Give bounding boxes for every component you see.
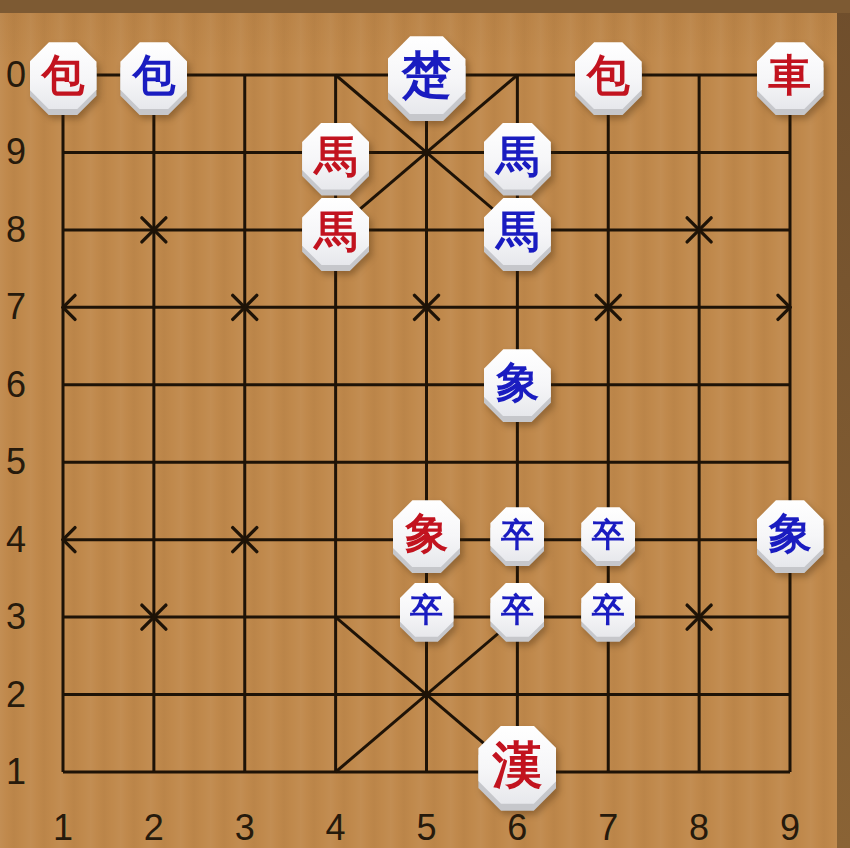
piece-glyph: 卒 bbox=[501, 518, 534, 551]
piece-cho-elephant[interactable]: 象 bbox=[484, 349, 551, 422]
board-point[interactable] bbox=[563, 423, 654, 499]
piece-han-horse[interactable]: 馬 bbox=[302, 123, 369, 196]
board-point[interactable] bbox=[290, 650, 381, 726]
piece-cho-horse[interactable]: 馬 bbox=[484, 198, 551, 271]
board-point[interactable]: 象 bbox=[381, 499, 472, 575]
piece-glyph: 馬 bbox=[496, 210, 539, 253]
piece-face: 象 bbox=[484, 349, 551, 416]
board-point[interactable] bbox=[654, 348, 745, 424]
board-point[interactable]: 馬 bbox=[472, 121, 563, 197]
piece-face: 卒 bbox=[581, 507, 635, 561]
piece-face: 包 bbox=[120, 42, 187, 109]
board-point[interactable] bbox=[563, 650, 654, 726]
board-point[interactable] bbox=[199, 36, 290, 121]
file-label-1: 1 bbox=[45, 808, 81, 848]
piece-glyph: 包 bbox=[132, 54, 175, 97]
piece-glyph: 漢 bbox=[492, 740, 542, 790]
piece-face: 楚 bbox=[388, 36, 466, 114]
piece-glyph: 象 bbox=[496, 361, 539, 404]
piece-face: 卒 bbox=[581, 583, 635, 637]
board-point[interactable] bbox=[472, 36, 563, 121]
board-point[interactable] bbox=[199, 726, 290, 811]
piece-han-elephant[interactable]: 象 bbox=[393, 500, 460, 573]
board-point[interactable] bbox=[199, 348, 290, 424]
board-point[interactable] bbox=[654, 272, 745, 348]
piece-glyph: 馬 bbox=[496, 135, 539, 178]
board-point[interactable] bbox=[745, 121, 836, 197]
board-point[interactable] bbox=[108, 650, 199, 726]
board-point[interactable] bbox=[199, 121, 290, 197]
board-point[interactable] bbox=[563, 121, 654, 197]
file-label-6: 6 bbox=[499, 808, 535, 848]
piece-han-cannon[interactable]: 包 bbox=[575, 42, 642, 115]
board-point[interactable] bbox=[381, 726, 472, 811]
board-point[interactable] bbox=[381, 423, 472, 499]
piece-face: 馬 bbox=[302, 123, 369, 190]
board-point[interactable] bbox=[654, 423, 745, 499]
piece-face: 卒 bbox=[490, 507, 544, 561]
board-point[interactable] bbox=[654, 121, 745, 197]
piece-face: 卒 bbox=[490, 583, 544, 637]
piece-glyph: 包 bbox=[42, 54, 85, 97]
piece-glyph: 象 bbox=[769, 512, 812, 555]
board-point[interactable] bbox=[745, 197, 836, 273]
janggi-app-screen: 0987654321 123456789 包包楚包車馬馬馬馬象象卒卒象卒卒卒漢 bbox=[0, 0, 850, 848]
board-point[interactable] bbox=[745, 726, 836, 811]
piece-han-horse[interactable]: 馬 bbox=[302, 198, 369, 271]
board-point[interactable] bbox=[563, 726, 654, 811]
board-point[interactable]: 卒 bbox=[472, 575, 563, 651]
board-point[interactable] bbox=[18, 423, 109, 499]
board-point[interactable] bbox=[745, 650, 836, 726]
board-point[interactable]: 包 bbox=[563, 36, 654, 121]
board-point[interactable] bbox=[381, 197, 472, 273]
board-point[interactable] bbox=[654, 499, 745, 575]
piece-han-cannon[interactable]: 包 bbox=[30, 42, 97, 115]
board-point[interactable] bbox=[290, 575, 381, 651]
board-point[interactable] bbox=[654, 197, 745, 273]
piece-han-general[interactable]: 漢 bbox=[478, 726, 556, 811]
piece-glyph: 楚 bbox=[402, 50, 452, 100]
board-point[interactable]: 馬 bbox=[472, 197, 563, 273]
piece-cho-soldier[interactable]: 卒 bbox=[581, 507, 635, 566]
file-label-2: 2 bbox=[136, 808, 172, 848]
piece-face: 漢 bbox=[478, 726, 556, 804]
board-point[interactable]: 卒 bbox=[563, 575, 654, 651]
board-point[interactable] bbox=[745, 423, 836, 499]
piece-han-chariot[interactable]: 車 bbox=[757, 42, 824, 115]
board-point[interactable] bbox=[18, 348, 109, 424]
piece-face: 包 bbox=[30, 42, 97, 109]
file-label-8: 8 bbox=[681, 808, 717, 848]
board-point[interactable] bbox=[108, 575, 199, 651]
board-point[interactable]: 漢 bbox=[472, 726, 563, 811]
board-point[interactable] bbox=[199, 499, 290, 575]
piece-cho-soldier[interactable]: 卒 bbox=[400, 583, 454, 642]
board-point[interactable]: 卒 bbox=[563, 499, 654, 575]
board-point[interactable]: 馬 bbox=[290, 121, 381, 197]
board-point[interactable] bbox=[108, 121, 199, 197]
board-point[interactable]: 馬 bbox=[290, 197, 381, 273]
file-label-3: 3 bbox=[227, 808, 263, 848]
file-label-7: 7 bbox=[590, 808, 626, 848]
board-point[interactable]: 車 bbox=[745, 36, 836, 121]
board-point[interactable] bbox=[654, 575, 745, 651]
piece-cho-general[interactable]: 楚 bbox=[388, 36, 466, 121]
piece-face: 包 bbox=[575, 42, 642, 109]
board-point[interactable] bbox=[290, 36, 381, 121]
board-point[interactable] bbox=[199, 272, 290, 348]
piece-glyph: 包 bbox=[587, 54, 630, 97]
board-point[interactable] bbox=[199, 423, 290, 499]
board-point[interactable] bbox=[108, 272, 199, 348]
board-point[interactable] bbox=[290, 499, 381, 575]
piece-face: 馬 bbox=[302, 198, 369, 265]
piece-cho-soldier[interactable]: 卒 bbox=[581, 583, 635, 642]
board-point[interactable] bbox=[290, 348, 381, 424]
piece-cho-elephant[interactable]: 象 bbox=[757, 500, 824, 573]
board-point[interactable] bbox=[654, 36, 745, 121]
board-point[interactable] bbox=[18, 197, 109, 273]
board-point[interactable] bbox=[290, 423, 381, 499]
file-label-4: 4 bbox=[318, 808, 354, 848]
board-point[interactable] bbox=[18, 499, 109, 575]
board-point[interactable]: 包 bbox=[18, 36, 109, 121]
piece-cho-cannon[interactable]: 包 bbox=[120, 42, 187, 115]
board-point[interactable] bbox=[563, 197, 654, 273]
board-point[interactable] bbox=[472, 650, 563, 726]
board-point[interactable] bbox=[381, 121, 472, 197]
board-point[interactable] bbox=[563, 272, 654, 348]
piece-face: 象 bbox=[757, 500, 824, 567]
board-point[interactable] bbox=[108, 499, 199, 575]
piece-glyph: 卒 bbox=[592, 593, 625, 626]
board-point[interactable] bbox=[199, 650, 290, 726]
board-point[interactable]: 象 bbox=[472, 348, 563, 424]
board-point[interactable] bbox=[745, 348, 836, 424]
piece-glyph: 象 bbox=[405, 512, 448, 555]
board-point[interactable] bbox=[472, 423, 563, 499]
board-point[interactable] bbox=[18, 121, 109, 197]
file-label-5: 5 bbox=[409, 808, 445, 848]
board-point[interactable] bbox=[654, 726, 745, 811]
board-point[interactable] bbox=[18, 726, 109, 811]
board-point[interactable]: 象 bbox=[745, 499, 836, 575]
board-point[interactable] bbox=[745, 272, 836, 348]
board-point[interactable] bbox=[108, 197, 199, 273]
piece-face: 馬 bbox=[484, 123, 551, 190]
board-point[interactable] bbox=[108, 423, 199, 499]
piece-face: 馬 bbox=[484, 198, 551, 265]
board-point[interactable]: 楚 bbox=[381, 36, 472, 121]
piece-glyph: 馬 bbox=[314, 210, 357, 253]
board-point[interactable] bbox=[199, 575, 290, 651]
wood-edge-right bbox=[837, 0, 850, 848]
piece-face: 卒 bbox=[400, 583, 454, 637]
piece-cho-soldier[interactable]: 卒 bbox=[490, 507, 544, 566]
piece-glyph: 卒 bbox=[501, 593, 534, 626]
board-point[interactable]: 卒 bbox=[381, 575, 472, 651]
board-point[interactable] bbox=[199, 197, 290, 273]
board-point[interactable]: 包 bbox=[108, 36, 199, 121]
board-point[interactable] bbox=[290, 726, 381, 811]
file-label-9: 9 bbox=[772, 808, 808, 848]
board-point[interactable] bbox=[381, 650, 472, 726]
board-point[interactable] bbox=[290, 272, 381, 348]
board-point[interactable]: 卒 bbox=[472, 499, 563, 575]
board-point[interactable] bbox=[108, 726, 199, 811]
piece-glyph: 卒 bbox=[410, 593, 443, 626]
board-point[interactable] bbox=[108, 348, 199, 424]
board-point[interactable] bbox=[18, 272, 109, 348]
piece-cho-soldier[interactable]: 卒 bbox=[490, 583, 544, 642]
piece-glyph: 車 bbox=[769, 54, 812, 97]
janggi-board: 包包楚包車馬馬馬馬象象卒卒象卒卒卒漢 bbox=[18, 36, 836, 810]
board-point[interactable] bbox=[381, 272, 472, 348]
board-point[interactable] bbox=[654, 650, 745, 726]
board-point[interactable] bbox=[381, 348, 472, 424]
board-point[interactable] bbox=[563, 348, 654, 424]
piece-cho-horse[interactable]: 馬 bbox=[484, 123, 551, 196]
board-point[interactable] bbox=[18, 650, 109, 726]
piece-face: 車 bbox=[757, 42, 824, 109]
board-point[interactable] bbox=[745, 575, 836, 651]
board-point[interactable] bbox=[472, 272, 563, 348]
piece-glyph: 卒 bbox=[592, 518, 625, 551]
wood-edge-top bbox=[0, 0, 850, 13]
piece-glyph: 馬 bbox=[314, 135, 357, 178]
board-point[interactable] bbox=[18, 575, 109, 651]
piece-face: 象 bbox=[393, 500, 460, 567]
